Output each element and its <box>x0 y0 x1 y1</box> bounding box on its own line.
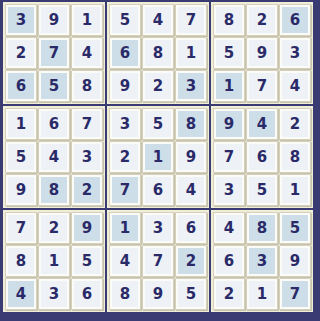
cell-r7c1[interactable]: 7 <box>6 213 36 243</box>
cell-r8c1[interactable]: 8 <box>6 246 36 276</box>
cell-r1c5[interactable]: 4 <box>143 5 173 35</box>
cell-r8c6[interactable]: 2 <box>176 246 206 276</box>
cell-r5c4[interactable]: 2 <box>110 142 140 172</box>
cell-r5c2[interactable]: 4 <box>39 142 69 172</box>
cell-r6c8[interactable]: 5 <box>247 175 277 205</box>
cell-r5c5[interactable]: 1 <box>143 142 173 172</box>
cell-r3c3[interactable]: 8 <box>72 71 102 101</box>
cell-r2c7[interactable]: 5 <box>214 38 244 68</box>
cell-r6c4[interactable]: 7 <box>110 175 140 205</box>
cell-r5c1[interactable]: 5 <box>6 142 36 172</box>
sudoku-frame: 3912746585476819238265931741675439823582… <box>0 0 320 321</box>
cell-r1c1[interactable]: 3 <box>6 5 36 35</box>
cell-r9c1[interactable]: 4 <box>6 279 36 309</box>
sudoku-block-7: 729815436 <box>3 210 105 312</box>
cell-r4c8[interactable]: 4 <box>247 109 277 139</box>
cell-r5c3[interactable]: 3 <box>72 142 102 172</box>
cell-r4c7[interactable]: 9 <box>214 109 244 139</box>
cell-r6c1[interactable]: 9 <box>6 175 36 205</box>
cell-r2c5[interactable]: 8 <box>143 38 173 68</box>
cell-r2c4[interactable]: 6 <box>110 38 140 68</box>
cell-r2c1[interactable]: 2 <box>6 38 36 68</box>
cell-r4c2[interactable]: 6 <box>39 109 69 139</box>
cell-r1c6[interactable]: 7 <box>176 5 206 35</box>
cell-r4c1[interactable]: 1 <box>6 109 36 139</box>
cell-r3c5[interactable]: 2 <box>143 71 173 101</box>
cell-r9c7[interactable]: 2 <box>214 279 244 309</box>
cell-r7c4[interactable]: 1 <box>110 213 140 243</box>
cell-r3c4[interactable]: 9 <box>110 71 140 101</box>
cell-r4c6[interactable]: 8 <box>176 109 206 139</box>
cell-r9c4[interactable]: 8 <box>110 279 140 309</box>
cell-r6c9[interactable]: 1 <box>280 175 310 205</box>
cell-r9c6[interactable]: 5 <box>176 279 206 309</box>
cell-r5c8[interactable]: 6 <box>247 142 277 172</box>
cell-r7c9[interactable]: 5 <box>280 213 310 243</box>
cell-r3c2[interactable]: 5 <box>39 71 69 101</box>
cell-r3c9[interactable]: 4 <box>280 71 310 101</box>
cell-r2c2[interactable]: 7 <box>39 38 69 68</box>
cell-r8c8[interactable]: 3 <box>247 246 277 276</box>
cell-r7c8[interactable]: 8 <box>247 213 277 243</box>
cell-r2c8[interactable]: 9 <box>247 38 277 68</box>
cell-r9c8[interactable]: 1 <box>247 279 277 309</box>
cell-r7c5[interactable]: 3 <box>143 213 173 243</box>
sudoku-block-1: 391274658 <box>3 2 105 104</box>
cell-r6c2[interactable]: 8 <box>39 175 69 205</box>
sudoku-block-2: 547681923 <box>107 2 209 104</box>
cell-r3c1[interactable]: 6 <box>6 71 36 101</box>
cell-r5c7[interactable]: 7 <box>214 142 244 172</box>
cell-r2c3[interactable]: 4 <box>72 38 102 68</box>
cell-r1c2[interactable]: 9 <box>39 5 69 35</box>
sudoku-board: 3912746585476819238265931741675439823582… <box>3 2 313 312</box>
sudoku-block-3: 826593174 <box>211 2 313 104</box>
cell-r5c6[interactable]: 9 <box>176 142 206 172</box>
sudoku-block-4: 167543982 <box>3 106 105 208</box>
cell-r8c3[interactable]: 5 <box>72 246 102 276</box>
cell-r8c9[interactable]: 9 <box>280 246 310 276</box>
cell-r4c9[interactable]: 2 <box>280 109 310 139</box>
sudoku-block-5: 358219764 <box>107 106 209 208</box>
cell-r6c7[interactable]: 3 <box>214 175 244 205</box>
cell-r9c9[interactable]: 7 <box>280 279 310 309</box>
cell-r2c9[interactable]: 3 <box>280 38 310 68</box>
cell-r8c7[interactable]: 6 <box>214 246 244 276</box>
cell-r5c9[interactable]: 8 <box>280 142 310 172</box>
cell-r9c5[interactable]: 9 <box>143 279 173 309</box>
sudoku-block-8: 136472895 <box>107 210 209 312</box>
cell-r7c3[interactable]: 9 <box>72 213 102 243</box>
cell-r6c6[interactable]: 4 <box>176 175 206 205</box>
cell-r7c7[interactable]: 4 <box>214 213 244 243</box>
cell-r3c8[interactable]: 7 <box>247 71 277 101</box>
cell-r2c6[interactable]: 1 <box>176 38 206 68</box>
cell-r4c3[interactable]: 7 <box>72 109 102 139</box>
cell-r9c2[interactable]: 3 <box>39 279 69 309</box>
cell-r4c5[interactable]: 5 <box>143 109 173 139</box>
sudoku-block-9: 485639217 <box>211 210 313 312</box>
cell-r1c9[interactable]: 6 <box>280 5 310 35</box>
cell-r3c7[interactable]: 1 <box>214 71 244 101</box>
sudoku-block-6: 942768351 <box>211 106 313 208</box>
cell-r8c4[interactable]: 4 <box>110 246 140 276</box>
cell-r8c5[interactable]: 7 <box>143 246 173 276</box>
cell-r4c4[interactable]: 3 <box>110 109 140 139</box>
cell-r1c4[interactable]: 5 <box>110 5 140 35</box>
cell-r1c7[interactable]: 8 <box>214 5 244 35</box>
cell-r3c6[interactable]: 3 <box>176 71 206 101</box>
cell-r1c3[interactable]: 1 <box>72 5 102 35</box>
cell-r8c2[interactable]: 1 <box>39 246 69 276</box>
cell-r6c3[interactable]: 2 <box>72 175 102 205</box>
cell-r7c2[interactable]: 2 <box>39 213 69 243</box>
cell-r6c5[interactable]: 6 <box>143 175 173 205</box>
cell-r7c6[interactable]: 6 <box>176 213 206 243</box>
cell-r1c8[interactable]: 2 <box>247 5 277 35</box>
cell-r9c3[interactable]: 6 <box>72 279 102 309</box>
